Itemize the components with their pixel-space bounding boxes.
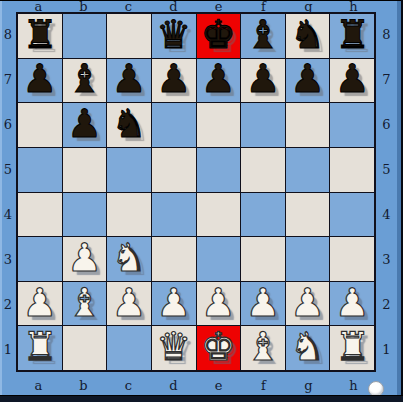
square-d8[interactable]: ♛ bbox=[152, 14, 196, 58]
square-g3[interactable] bbox=[286, 237, 330, 281]
square-g1[interactable]: ♞ bbox=[286, 326, 330, 370]
square-d3[interactable] bbox=[152, 237, 196, 281]
piece-white-pawn[interactable]: ♟ bbox=[112, 282, 147, 324]
rank-label-7: 7 bbox=[0, 57, 16, 102]
square-g8[interactable]: ♞ bbox=[286, 14, 330, 58]
rank-label-1: 1 bbox=[0, 327, 16, 372]
square-f8[interactable]: ♝ bbox=[241, 14, 285, 58]
piece-black-pawn[interactable]: ♟ bbox=[156, 58, 191, 100]
square-c6[interactable]: ♞ bbox=[107, 103, 151, 147]
rank-label-1: 1 bbox=[376, 327, 397, 372]
square-a2[interactable]: ♟ bbox=[18, 282, 62, 326]
file-label-f: f bbox=[241, 0, 286, 12]
square-b7[interactable]: ♝ bbox=[63, 59, 107, 103]
piece-white-bishop[interactable]: ♝ bbox=[67, 282, 102, 324]
square-b5[interactable] bbox=[63, 148, 107, 192]
file-label-f: f bbox=[241, 374, 286, 396]
square-g7[interactable]: ♟ bbox=[286, 59, 330, 103]
file-label-g: g bbox=[286, 0, 331, 12]
square-c8[interactable] bbox=[107, 14, 151, 58]
rank-label-7: 7 bbox=[376, 57, 397, 102]
piece-black-pawn[interactable]: ♟ bbox=[201, 58, 236, 100]
square-f1[interactable]: ♝ bbox=[241, 326, 285, 370]
rank-label-5: 5 bbox=[0, 147, 16, 192]
square-e6[interactable] bbox=[197, 103, 241, 147]
chess-board: ♜♛♚♝♞♜♟♝♟♟♟♟♟♟♟♞♟♞♟♝♟♟♟♟♟♟♜♛♚♝♞♜ bbox=[16, 12, 376, 372]
file-label-b: b bbox=[61, 0, 106, 12]
frame-bottom-border bbox=[0, 395, 403, 402]
piece-black-king[interactable]: ♚ bbox=[201, 14, 236, 56]
file-label-h: h bbox=[331, 0, 376, 12]
square-e7[interactable]: ♟ bbox=[197, 59, 241, 103]
square-d1[interactable]: ♛ bbox=[152, 326, 196, 370]
rank-label-4: 4 bbox=[376, 192, 397, 237]
file-label-g: g bbox=[286, 374, 331, 396]
square-f2[interactable]: ♟ bbox=[241, 282, 285, 326]
square-g6[interactable] bbox=[286, 103, 330, 147]
file-label-c: c bbox=[106, 0, 151, 12]
rank-labels-left: 87654321 bbox=[0, 12, 16, 372]
rank-label-8: 8 bbox=[0, 12, 16, 57]
square-e1[interactable]: ♚ bbox=[197, 326, 241, 370]
file-label-e: e bbox=[196, 374, 241, 396]
piece-black-knight[interactable]: ♞ bbox=[112, 103, 147, 145]
rank-label-2: 2 bbox=[376, 282, 397, 327]
square-b3[interactable]: ♟ bbox=[63, 237, 107, 281]
square-d5[interactable] bbox=[152, 148, 196, 192]
file-label-d: d bbox=[151, 0, 196, 12]
square-d2[interactable]: ♟ bbox=[152, 282, 196, 326]
piece-black-pawn[interactable]: ♟ bbox=[22, 58, 57, 100]
square-a4[interactable] bbox=[18, 193, 62, 237]
piece-white-king[interactable]: ♚ bbox=[201, 326, 236, 368]
piece-white-rook[interactable]: ♜ bbox=[335, 326, 370, 368]
file-label-c: c bbox=[106, 374, 151, 396]
square-a5[interactable] bbox=[18, 148, 62, 192]
square-c5[interactable] bbox=[107, 148, 151, 192]
piece-black-rook[interactable]: ♜ bbox=[22, 14, 57, 56]
square-h4[interactable] bbox=[330, 193, 374, 237]
piece-black-pawn[interactable]: ♟ bbox=[290, 58, 325, 100]
rank-label-3: 3 bbox=[376, 237, 397, 282]
square-d4[interactable] bbox=[152, 193, 196, 237]
square-h3[interactable] bbox=[330, 237, 374, 281]
square-a8[interactable]: ♜ bbox=[18, 14, 62, 58]
square-f3[interactable] bbox=[241, 237, 285, 281]
square-f7[interactable]: ♟ bbox=[241, 59, 285, 103]
square-e4[interactable] bbox=[197, 193, 241, 237]
rank-label-6: 6 bbox=[376, 102, 397, 147]
square-f6[interactable] bbox=[241, 103, 285, 147]
square-a1[interactable]: ♜ bbox=[18, 326, 62, 370]
square-d7[interactable]: ♟ bbox=[152, 59, 196, 103]
piece-white-pawn[interactable]: ♟ bbox=[290, 282, 325, 324]
piece-black-bishop[interactable]: ♝ bbox=[245, 14, 280, 56]
square-h6[interactable] bbox=[330, 103, 374, 147]
square-g4[interactable] bbox=[286, 193, 330, 237]
piece-white-pawn[interactable]: ♟ bbox=[22, 282, 57, 324]
piece-black-knight[interactable]: ♞ bbox=[290, 14, 325, 56]
square-a3[interactable] bbox=[18, 237, 62, 281]
square-d6[interactable] bbox=[152, 103, 196, 147]
square-f4[interactable] bbox=[241, 193, 285, 237]
piece-white-rook[interactable]: ♜ bbox=[22, 326, 57, 368]
file-label-a: a bbox=[16, 374, 61, 396]
file-label-a: a bbox=[16, 0, 61, 12]
piece-white-pawn[interactable]: ♟ bbox=[156, 282, 191, 324]
square-f5[interactable] bbox=[241, 148, 285, 192]
square-e5[interactable] bbox=[197, 148, 241, 192]
square-h7[interactable]: ♟ bbox=[330, 59, 374, 103]
square-b2[interactable]: ♝ bbox=[63, 282, 107, 326]
square-h5[interactable] bbox=[330, 148, 374, 192]
rank-label-5: 5 bbox=[376, 147, 397, 192]
chess-board-window: abcdefgh abcdefgh 87654321 87654321 ♜♛♚♝… bbox=[0, 0, 403, 402]
rank-label-4: 4 bbox=[0, 192, 16, 237]
rank-label-6: 6 bbox=[0, 102, 16, 147]
file-label-d: d bbox=[151, 374, 196, 396]
square-b8[interactable] bbox=[63, 14, 107, 58]
square-e2[interactable]: ♟ bbox=[197, 282, 241, 326]
square-h2[interactable]: ♟ bbox=[330, 282, 374, 326]
square-c4[interactable] bbox=[107, 193, 151, 237]
square-h8[interactable]: ♜ bbox=[330, 14, 374, 58]
square-g5[interactable] bbox=[286, 148, 330, 192]
piece-black-pawn[interactable]: ♟ bbox=[112, 58, 147, 100]
square-e3[interactable] bbox=[197, 237, 241, 281]
square-a7[interactable]: ♟ bbox=[18, 59, 62, 103]
file-label-b: b bbox=[61, 374, 106, 396]
square-c7[interactable]: ♟ bbox=[107, 59, 151, 103]
square-b4[interactable] bbox=[63, 193, 107, 237]
square-c1[interactable] bbox=[107, 326, 151, 370]
file-labels-bottom: abcdefgh bbox=[16, 374, 376, 396]
piece-white-pawn[interactable]: ♟ bbox=[201, 282, 236, 324]
piece-black-pawn[interactable]: ♟ bbox=[335, 58, 370, 100]
piece-black-queen[interactable]: ♛ bbox=[156, 14, 191, 56]
square-h1[interactable]: ♜ bbox=[330, 326, 374, 370]
piece-white-queen[interactable]: ♛ bbox=[156, 326, 191, 368]
file-label-e: e bbox=[196, 0, 241, 12]
rank-label-8: 8 bbox=[376, 12, 397, 57]
piece-black-bishop[interactable]: ♝ bbox=[67, 58, 102, 100]
file-labels-top: abcdefgh bbox=[16, 0, 376, 12]
square-a6[interactable] bbox=[18, 103, 62, 147]
square-b1[interactable] bbox=[63, 326, 107, 370]
piece-white-knight[interactable]: ♞ bbox=[290, 326, 325, 368]
piece-white-knight[interactable]: ♞ bbox=[112, 237, 147, 279]
piece-black-pawn[interactable]: ♟ bbox=[67, 103, 102, 145]
square-b6[interactable]: ♟ bbox=[63, 103, 107, 147]
piece-black-pawn[interactable]: ♟ bbox=[245, 58, 280, 100]
piece-white-bishop[interactable]: ♝ bbox=[245, 326, 280, 368]
piece-black-rook[interactable]: ♜ bbox=[335, 14, 370, 56]
rank-label-2: 2 bbox=[0, 282, 16, 327]
rank-label-3: 3 bbox=[0, 237, 16, 282]
piece-white-pawn[interactable]: ♟ bbox=[67, 237, 102, 279]
square-c2[interactable]: ♟ bbox=[107, 282, 151, 326]
piece-white-pawn[interactable]: ♟ bbox=[335, 282, 370, 324]
square-c3[interactable]: ♞ bbox=[107, 237, 151, 281]
square-e8[interactable]: ♚ bbox=[197, 14, 241, 58]
piece-white-pawn[interactable]: ♟ bbox=[245, 282, 280, 324]
rank-labels-right: 87654321 bbox=[376, 12, 397, 372]
square-g2[interactable]: ♟ bbox=[286, 282, 330, 326]
